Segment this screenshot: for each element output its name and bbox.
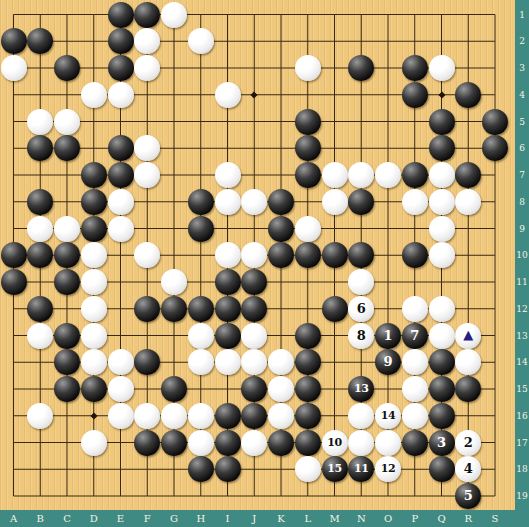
stone-white-B13 xyxy=(27,323,53,349)
stone-black-C6 xyxy=(54,135,80,161)
stone-black-I12 xyxy=(215,296,241,322)
column-coordinate-N: N xyxy=(357,510,366,527)
stone-white-I14 xyxy=(215,349,241,375)
stone-white-O17 xyxy=(375,430,401,456)
stone-white-N13: 8 xyxy=(348,323,374,349)
stone-black-S5 xyxy=(482,109,508,135)
row-coordinate-4: 4 xyxy=(515,90,529,100)
stone-black-C10 xyxy=(54,242,80,268)
stone-white-F7 xyxy=(134,162,160,188)
stone-white-N17 xyxy=(348,430,374,456)
column-coordinate-H: H xyxy=(196,510,205,527)
stone-white-H13 xyxy=(188,323,214,349)
move-number-label: 6 xyxy=(348,296,374,322)
row-coordinate-12: 12 xyxy=(515,304,529,314)
move-number-label: 1 xyxy=(375,323,401,349)
stone-black-J12 xyxy=(241,296,267,322)
row-coordinate-14: 14 xyxy=(515,357,529,367)
stone-white-L9 xyxy=(295,216,321,242)
stone-white-Q7 xyxy=(429,162,455,188)
move-number-label: 14 xyxy=(375,403,401,429)
move-number-label: 4 xyxy=(455,456,481,482)
stone-black-E3 xyxy=(108,55,134,81)
column-coordinates-strip: ABCDEFGHIJKLMNOPQRS xyxy=(0,510,515,527)
stone-black-A2 xyxy=(1,28,27,54)
stone-black-E7 xyxy=(108,162,134,188)
stone-black-B12 xyxy=(27,296,53,322)
stone-black-I17 xyxy=(215,430,241,456)
stone-white-G1 xyxy=(161,2,187,28)
stone-black-K10 xyxy=(268,242,294,268)
stone-black-Q15 xyxy=(429,376,455,402)
stone-white-O16: 14 xyxy=(375,403,401,429)
stone-black-M12 xyxy=(322,296,348,322)
column-coordinate-L: L xyxy=(304,510,311,527)
column-coordinate-J: J xyxy=(252,510,256,527)
stone-white-R8 xyxy=(455,189,481,215)
column-coordinate-I: I xyxy=(226,510,230,527)
row-coordinate-3: 3 xyxy=(515,63,529,73)
stone-white-N12: 6 xyxy=(348,296,374,322)
stone-white-K16 xyxy=(268,403,294,429)
stone-black-M18: 15 xyxy=(322,456,348,482)
stone-black-L13 xyxy=(295,323,321,349)
column-coordinate-E: E xyxy=(117,510,124,527)
stone-white-B9 xyxy=(27,216,53,242)
column-coordinate-O: O xyxy=(384,510,392,527)
stone-black-L14 xyxy=(295,349,321,375)
stone-black-D8 xyxy=(81,189,107,215)
row-coordinate-7: 7 xyxy=(515,170,529,180)
stone-black-Q6 xyxy=(429,135,455,161)
stone-white-D12 xyxy=(81,296,107,322)
stone-black-Q14 xyxy=(429,349,455,375)
row-coordinate-5: 5 xyxy=(515,117,529,127)
stone-black-G12 xyxy=(161,296,187,322)
stone-white-E15 xyxy=(108,376,134,402)
column-coordinate-M: M xyxy=(329,510,339,527)
stone-white-O7 xyxy=(375,162,401,188)
stone-black-Q16 xyxy=(429,403,455,429)
stone-black-I16 xyxy=(215,403,241,429)
move-number-label: 8 xyxy=(348,323,374,349)
stone-black-Q17: 3 xyxy=(429,430,455,456)
stone-black-P7 xyxy=(402,162,428,188)
stone-black-F17 xyxy=(134,430,160,456)
row-coordinate-19: 19 xyxy=(515,491,529,501)
stone-white-C5 xyxy=(54,109,80,135)
column-coordinate-K: K xyxy=(277,510,284,527)
stone-white-F2 xyxy=(134,28,160,54)
stone-black-P3 xyxy=(402,55,428,81)
stone-black-K9 xyxy=(268,216,294,242)
stone-white-N11 xyxy=(348,269,374,295)
stone-white-F6 xyxy=(134,135,160,161)
stone-white-D10 xyxy=(81,242,107,268)
stone-white-A3 xyxy=(1,55,27,81)
stone-black-C11 xyxy=(54,269,80,295)
stone-white-D14 xyxy=(81,349,107,375)
stone-black-H12 xyxy=(188,296,214,322)
column-coordinate-D: D xyxy=(90,510,98,527)
stone-black-C13 xyxy=(54,323,80,349)
stone-white-F16 xyxy=(134,403,160,429)
stone-white-P8 xyxy=(402,189,428,215)
stone-white-Q8 xyxy=(429,189,455,215)
row-coordinate-18: 18 xyxy=(515,464,529,474)
stone-black-F1 xyxy=(134,2,160,28)
move-number-label: 3 xyxy=(429,430,455,456)
stone-white-J17 xyxy=(241,430,267,456)
row-coordinate-16: 16 xyxy=(515,411,529,421)
stone-white-G11 xyxy=(161,269,187,295)
column-coordinate-F: F xyxy=(144,510,151,527)
stone-white-H2 xyxy=(188,28,214,54)
stone-white-N7 xyxy=(348,162,374,188)
stone-white-D13 xyxy=(81,323,107,349)
stone-black-L6 xyxy=(295,135,321,161)
stone-white-E9 xyxy=(108,216,134,242)
stone-black-D7 xyxy=(81,162,107,188)
stone-black-L16 xyxy=(295,403,321,429)
row-coordinates-strip: 12345678910111213141516171819 xyxy=(515,0,529,527)
move-number-label: 11 xyxy=(348,456,374,482)
stone-black-G17 xyxy=(161,430,187,456)
stone-black-E2 xyxy=(108,28,134,54)
row-coordinate-8: 8 xyxy=(515,197,529,207)
stone-white-I8 xyxy=(215,189,241,215)
go-board[interactable]: 6817▲91314103215111245 xyxy=(0,0,515,510)
stone-black-F12 xyxy=(134,296,160,322)
stone-black-R15 xyxy=(455,376,481,402)
stone-white-E8 xyxy=(108,189,134,215)
stone-white-J13 xyxy=(241,323,267,349)
stone-white-R18: 4 xyxy=(455,456,481,482)
stone-black-I13 xyxy=(215,323,241,349)
column-coordinate-G: G xyxy=(170,510,178,527)
stone-white-O18: 12 xyxy=(375,456,401,482)
row-coordinate-13: 13 xyxy=(515,331,529,341)
row-coordinate-11: 11 xyxy=(515,277,529,287)
stone-black-N3 xyxy=(348,55,374,81)
stone-black-B6 xyxy=(27,135,53,161)
stone-black-B10 xyxy=(27,242,53,268)
stone-black-N18: 11 xyxy=(348,456,374,482)
column-coordinate-P: P xyxy=(411,510,418,527)
row-coordinate-2: 2 xyxy=(515,36,529,46)
triangle-marker-icon: ▲ xyxy=(455,322,481,348)
stone-white-M7 xyxy=(322,162,348,188)
move-number-label: 15 xyxy=(322,456,348,482)
stone-black-N15: 13 xyxy=(348,376,374,402)
stone-white-E14 xyxy=(108,349,134,375)
stone-white-H16 xyxy=(188,403,214,429)
row-coordinate-9: 9 xyxy=(515,224,529,234)
stone-black-K17 xyxy=(268,430,294,456)
stone-black-A11 xyxy=(1,269,27,295)
stone-white-Q9 xyxy=(429,216,455,242)
stone-white-H17 xyxy=(188,430,214,456)
stone-white-F10 xyxy=(134,242,160,268)
stone-white-P12 xyxy=(402,296,428,322)
stone-white-L18 xyxy=(295,456,321,482)
stone-black-C3 xyxy=(54,55,80,81)
stone-black-I18 xyxy=(215,456,241,482)
stone-black-L15 xyxy=(295,376,321,402)
stone-white-P14 xyxy=(402,349,428,375)
stone-black-D9 xyxy=(81,216,107,242)
stone-white-B16 xyxy=(27,403,53,429)
stone-black-F14 xyxy=(134,349,160,375)
stone-black-E6 xyxy=(108,135,134,161)
stone-white-D4 xyxy=(81,82,107,108)
stone-black-P4 xyxy=(402,82,428,108)
row-coordinate-6: 6 xyxy=(515,143,529,153)
stone-black-D15 xyxy=(81,376,107,402)
stone-white-K14 xyxy=(268,349,294,375)
stone-white-M8 xyxy=(322,189,348,215)
stone-black-P13: 7 xyxy=(402,323,428,349)
stone-black-P17 xyxy=(402,430,428,456)
stone-white-P15 xyxy=(402,376,428,402)
stone-white-E4 xyxy=(108,82,134,108)
stone-black-H9 xyxy=(188,216,214,242)
stone-black-R19: 5 xyxy=(455,483,481,509)
stone-black-L17 xyxy=(295,430,321,456)
stone-black-B2 xyxy=(27,28,53,54)
stone-white-B5 xyxy=(27,109,53,135)
stone-white-D11 xyxy=(81,269,107,295)
stone-black-H8 xyxy=(188,189,214,215)
go-game-screenshot: 6817▲91314103215111245 12345678910111213… xyxy=(0,0,529,527)
stone-black-O14: 9 xyxy=(375,349,401,375)
stone-white-P16 xyxy=(402,403,428,429)
stone-black-J11 xyxy=(241,269,267,295)
stone-white-J14 xyxy=(241,349,267,375)
stone-white-E16 xyxy=(108,403,134,429)
stone-black-N8 xyxy=(348,189,374,215)
stone-black-K8 xyxy=(268,189,294,215)
column-coordinate-S: S xyxy=(492,510,499,527)
stone-black-E1 xyxy=(108,2,134,28)
stone-black-P10 xyxy=(402,242,428,268)
stone-white-N16 xyxy=(348,403,374,429)
column-coordinate-C: C xyxy=(63,510,71,527)
stone-white-R17: 2 xyxy=(455,430,481,456)
stone-black-G15 xyxy=(161,376,187,402)
stone-white-H14 xyxy=(188,349,214,375)
stone-black-J15 xyxy=(241,376,267,402)
stone-white-G16 xyxy=(161,403,187,429)
stone-black-L7 xyxy=(295,162,321,188)
stone-white-J8 xyxy=(241,189,267,215)
stone-white-J10 xyxy=(241,242,267,268)
column-coordinate-A: A xyxy=(10,510,17,527)
stone-white-L3 xyxy=(295,55,321,81)
stone-black-R7 xyxy=(455,162,481,188)
stone-black-H18 xyxy=(188,456,214,482)
move-number-label: 7 xyxy=(402,323,428,349)
move-number-label: 13 xyxy=(348,376,374,402)
column-coordinate-Q: Q xyxy=(437,510,445,527)
stone-black-I11 xyxy=(215,269,241,295)
stone-white-K15 xyxy=(268,376,294,402)
stone-black-B8 xyxy=(27,189,53,215)
stone-black-L10 xyxy=(295,242,321,268)
stone-black-Q5 xyxy=(429,109,455,135)
move-number-label: 9 xyxy=(375,349,401,375)
row-coordinate-10: 10 xyxy=(515,250,529,260)
stone-black-M10 xyxy=(322,242,348,268)
move-number-label: 5 xyxy=(455,483,481,509)
stone-black-R4 xyxy=(455,82,481,108)
row-coordinate-1: 1 xyxy=(515,10,529,20)
column-coordinate-R: R xyxy=(464,510,472,527)
stone-white-R14 xyxy=(455,349,481,375)
stone-white-D17 xyxy=(81,430,107,456)
move-number-label: 12 xyxy=(375,456,401,482)
stone-black-S6 xyxy=(482,135,508,161)
stone-white-I10 xyxy=(215,242,241,268)
stone-white-Q13 xyxy=(429,323,455,349)
stone-white-C9 xyxy=(54,216,80,242)
stone-white-F3 xyxy=(134,55,160,81)
stone-black-C15 xyxy=(54,376,80,402)
stone-white-R13: ▲ xyxy=(455,323,481,349)
column-coordinate-B: B xyxy=(37,510,44,527)
move-number-label: 10 xyxy=(322,430,348,456)
stone-white-I7 xyxy=(215,162,241,188)
stone-white-Q12 xyxy=(429,296,455,322)
stone-white-I4 xyxy=(215,82,241,108)
move-number-label: 2 xyxy=(455,430,481,456)
stone-white-Q10 xyxy=(429,242,455,268)
stone-black-L5 xyxy=(295,109,321,135)
stone-black-Q18 xyxy=(429,456,455,482)
stone-black-N10 xyxy=(348,242,374,268)
row-coordinate-15: 15 xyxy=(515,384,529,394)
row-coordinate-17: 17 xyxy=(515,438,529,448)
stone-black-J16 xyxy=(241,403,267,429)
stone-white-M17: 10 xyxy=(322,430,348,456)
stone-white-Q3 xyxy=(429,55,455,81)
stone-black-C14 xyxy=(54,349,80,375)
stone-black-A10 xyxy=(1,242,27,268)
stone-black-O13: 1 xyxy=(375,323,401,349)
